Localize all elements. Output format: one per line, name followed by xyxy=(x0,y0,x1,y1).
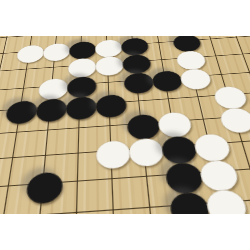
black-stone: ● xyxy=(33,96,65,120)
bottom-margin xyxy=(0,214,250,250)
go-board-grid: ●●●●●●●●●●●●●●●●●●●●●●●●●●●●●●●● xyxy=(0,36,250,214)
black-stone: ● xyxy=(94,92,124,116)
white-stone: ● xyxy=(94,137,128,166)
black-stone: ● xyxy=(23,168,60,200)
white-stone: ● xyxy=(126,135,162,164)
black-stone: ● xyxy=(63,94,93,118)
top-margin xyxy=(0,0,250,36)
go-board-photo: ●●●●●●●●●●●●●●●●●●●●●●●●●●●●●●●● xyxy=(0,0,250,250)
black-stone: ● xyxy=(149,68,181,90)
white-stone: ● xyxy=(201,186,245,214)
white-stone: ● xyxy=(41,41,68,60)
board-photo-area: ●●●●●●●●●●●●●●●●●●●●●●●●●●●●●●●● xyxy=(0,36,250,214)
white-stone: ● xyxy=(14,43,43,62)
black-stone: ● xyxy=(3,98,36,122)
white-stone: ● xyxy=(177,66,210,87)
